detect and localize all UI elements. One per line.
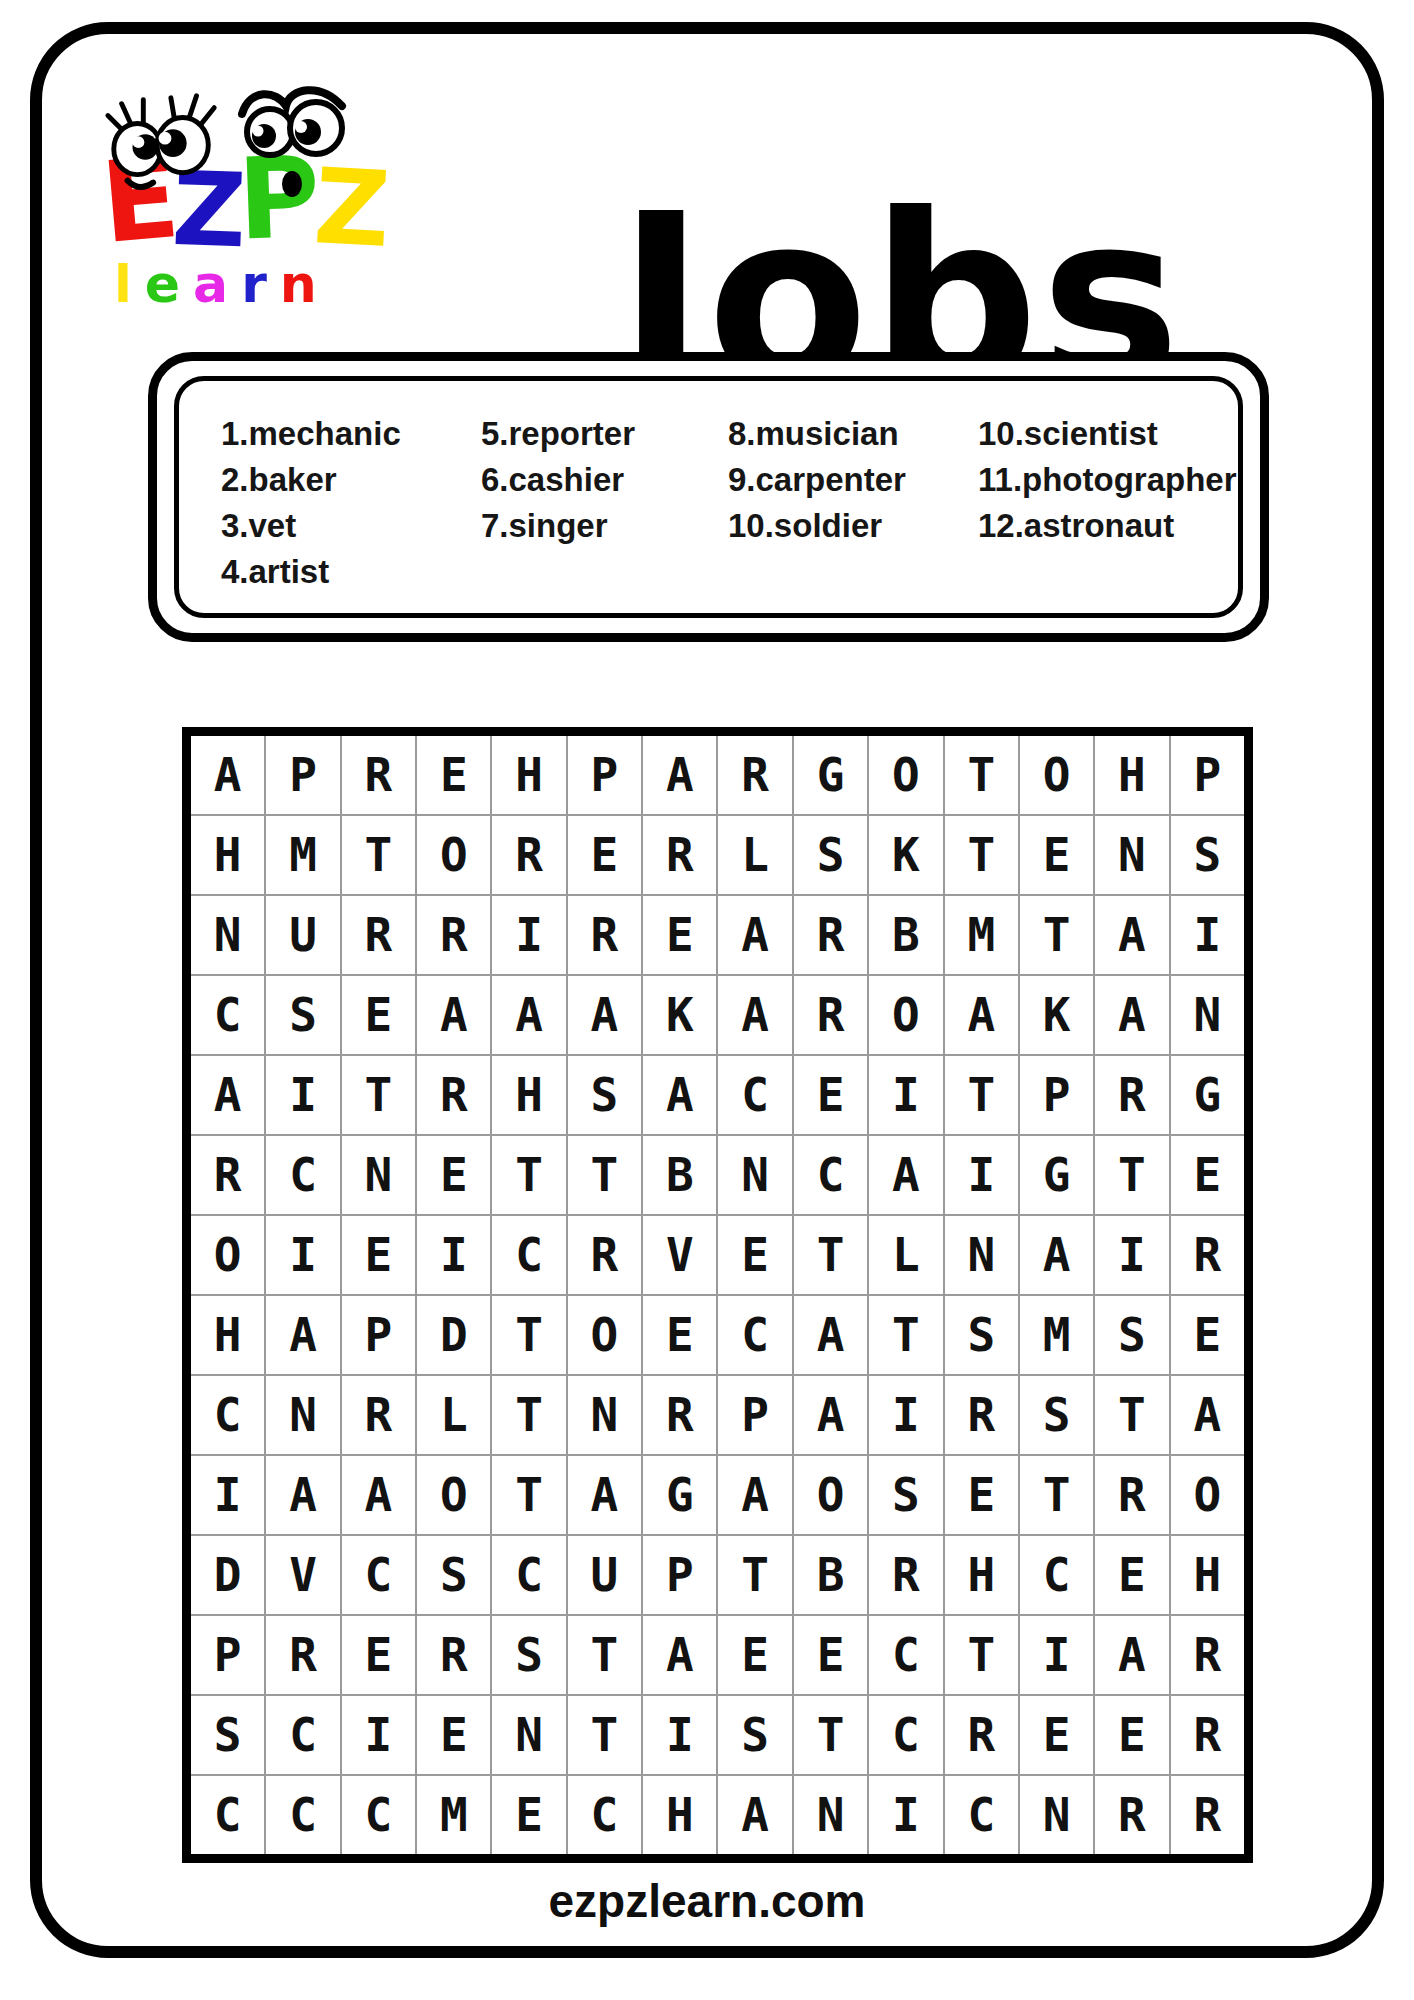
grid-cell: A — [643, 1616, 716, 1694]
grid-cell: S — [492, 1616, 565, 1694]
word-list-item: 2.baker — [221, 457, 481, 503]
grid-cell: C — [794, 1136, 867, 1214]
grid-cell: O — [191, 1216, 264, 1294]
grid-cell: C — [191, 976, 264, 1054]
grid-cell: S — [794, 816, 867, 894]
grid-cell: R — [794, 976, 867, 1054]
grid-cell: C — [342, 1776, 415, 1854]
grid-cell: S — [1095, 1296, 1168, 1374]
grid-cell: A — [191, 736, 264, 814]
grid-cell: A — [191, 1056, 264, 1134]
grid-cell: I — [266, 1216, 339, 1294]
grid-cell: B — [794, 1536, 867, 1614]
grid-cell: R — [417, 1056, 490, 1134]
grid-cell: M — [266, 816, 339, 894]
grid-cell: O — [869, 736, 942, 814]
word-list-item: 5.reporter — [481, 411, 728, 457]
grid-cell: C — [492, 1536, 565, 1614]
grid-cell: R — [417, 896, 490, 974]
grid-cell: T — [568, 1616, 641, 1694]
grid-cell: A — [718, 976, 791, 1054]
grid-cell: G — [643, 1456, 716, 1534]
grid-cell: L — [417, 1376, 490, 1454]
grid-cell: A — [266, 1456, 339, 1534]
grid-cell: R — [794, 896, 867, 974]
grid-cell: R — [1171, 1616, 1244, 1694]
grid-cell: T — [492, 1456, 565, 1534]
grid-cell: E — [342, 1216, 415, 1294]
grid-cell: I — [417, 1216, 490, 1294]
grid-cell: R — [1095, 1456, 1168, 1534]
grid-cell: N — [1020, 1776, 1093, 1854]
grid-cell: R — [945, 1696, 1018, 1774]
grid-cell: I — [1095, 1216, 1168, 1294]
grid-cell: A — [1095, 1616, 1168, 1694]
grid-cell: M — [945, 896, 1018, 974]
word-list-item: 4.artist — [221, 549, 481, 595]
grid-cell: M — [1020, 1296, 1093, 1374]
grid-cell: O — [869, 976, 942, 1054]
grid-cell: S — [869, 1456, 942, 1534]
word-list-item: 10.scientist — [978, 411, 1238, 457]
grid-cell: I — [191, 1456, 264, 1534]
grid-cell: R — [643, 1376, 716, 1454]
grid-cell: E — [945, 1456, 1018, 1534]
grid-cell: R — [266, 1616, 339, 1694]
grid-cell: T — [492, 1296, 565, 1374]
grid-cell: E — [1095, 1536, 1168, 1614]
grid-cell: R — [191, 1136, 264, 1214]
grid-cell: S — [945, 1296, 1018, 1374]
grid-cell: I — [869, 1776, 942, 1854]
grid-cell: C — [945, 1776, 1018, 1854]
grid-cell: T — [945, 736, 1018, 814]
grid-cell: H — [1171, 1536, 1244, 1614]
grid-cell: A — [718, 896, 791, 974]
grid-cell: I — [266, 1056, 339, 1134]
grid-cell: I — [342, 1696, 415, 1774]
grid-cell: C — [266, 1696, 339, 1774]
grid-cell: E — [568, 816, 641, 894]
grid-cell: G — [1171, 1056, 1244, 1134]
word-list-column-4: 10.scientist11.photographer12.astronaut — [978, 411, 1238, 595]
grid-cell: O — [417, 816, 490, 894]
grid-cell: A — [794, 1296, 867, 1374]
grid-cell: R — [342, 1376, 415, 1454]
grid-cell: R — [1095, 1056, 1168, 1134]
grid-cell: N — [1095, 816, 1168, 894]
grid-cell: A — [492, 976, 565, 1054]
grid-cell: S — [718, 1696, 791, 1774]
grid-cell: P — [643, 1536, 716, 1614]
grid-cell: H — [945, 1536, 1018, 1614]
grid-cell: D — [191, 1536, 264, 1614]
word-list-item: 3.vet — [221, 503, 481, 549]
grid-cell: N — [1171, 976, 1244, 1054]
grid-cell: R — [342, 896, 415, 974]
grid-cell: E — [492, 1776, 565, 1854]
grid-cell: H — [643, 1776, 716, 1854]
grid-cell: A — [945, 976, 1018, 1054]
grid-cell: I — [1171, 896, 1244, 974]
grid-cell: C — [191, 1376, 264, 1454]
word-list-item: 9.carpenter — [728, 457, 978, 503]
grid-cell: A — [643, 736, 716, 814]
grid-cell: A — [718, 1456, 791, 1534]
grid-cell: A — [568, 1456, 641, 1534]
grid-cell: A — [1095, 976, 1168, 1054]
grid-cell: I — [643, 1696, 716, 1774]
grid-cell: E — [1171, 1296, 1244, 1374]
grid-cell: E — [643, 1296, 716, 1374]
grid-cell: P — [266, 736, 339, 814]
grid-cell: T — [1095, 1376, 1168, 1454]
grid-cell: E — [417, 1696, 490, 1774]
grid-cell: E — [718, 1616, 791, 1694]
grid-cell: U — [266, 896, 339, 974]
grid-cell: A — [417, 976, 490, 1054]
grid-cell: O — [568, 1296, 641, 1374]
grid-cell: C — [191, 1776, 264, 1854]
grid-cell: E — [643, 896, 716, 974]
word-list-column-2: 5.reporter6.cashier7.singer — [481, 411, 728, 595]
grid-cell: C — [1020, 1536, 1093, 1614]
grid-cell: N — [945, 1216, 1018, 1294]
grid-cell: L — [718, 816, 791, 894]
grid-cell: E — [342, 1616, 415, 1694]
grid-cell: D — [417, 1296, 490, 1374]
word-list-item: 10.soldier — [728, 503, 978, 549]
grid-cell: I — [945, 1136, 1018, 1214]
grid-cell: T — [492, 1376, 565, 1454]
grid-cell: B — [643, 1136, 716, 1214]
grid-cell: R — [1171, 1216, 1244, 1294]
grid-cell: P — [342, 1296, 415, 1374]
grid-cell: T — [1020, 1456, 1093, 1534]
grid-cell: C — [718, 1056, 791, 1134]
googly-eyes-with-brows-icon — [236, 80, 356, 205]
grid-cell: U — [568, 1536, 641, 1614]
grid-cell: T — [945, 816, 1018, 894]
word-search-grid: APREHPARGOTOHPHMTORERLSKTENSNURRIREARBMT… — [182, 727, 1253, 1863]
grid-cell: R — [492, 816, 565, 894]
word-list-item: 12.astronaut — [978, 503, 1238, 549]
grid-cell: E — [417, 1136, 490, 1214]
grid-cell: T — [342, 816, 415, 894]
grid-cell: T — [1095, 1136, 1168, 1214]
grid-cell: R — [643, 816, 716, 894]
grid-cell: O — [1020, 736, 1093, 814]
grid-cell: P — [718, 1376, 791, 1454]
grid-cell: T — [945, 1616, 1018, 1694]
grid-cell: E — [417, 736, 490, 814]
grid-cell: A — [568, 976, 641, 1054]
grid-cell: T — [945, 1056, 1018, 1134]
grid-cell: T — [794, 1216, 867, 1294]
word-list-item: 1.mechanic — [221, 411, 481, 457]
grid-cell: P — [1020, 1056, 1093, 1134]
grid-cell: A — [266, 1296, 339, 1374]
grid-cell: R — [1171, 1776, 1244, 1854]
word-list-box: 1.mechanic2.baker3.vet4.artist 5.reporte… — [148, 352, 1269, 642]
logo-letter: r — [241, 258, 267, 310]
grid-cell: S — [417, 1536, 490, 1614]
grid-cell: R — [568, 1216, 641, 1294]
grid-cell: P — [568, 736, 641, 814]
grid-cell: N — [718, 1136, 791, 1214]
word-list-item: 11.photographer — [978, 457, 1238, 503]
grid-cell: B — [869, 896, 942, 974]
grid-cell: O — [794, 1456, 867, 1534]
grid-cell: T — [568, 1696, 641, 1774]
grid-cell: E — [1020, 1696, 1093, 1774]
grid-cell: T — [718, 1536, 791, 1614]
grid-cell: H — [191, 816, 264, 894]
grid-cell: E — [718, 1216, 791, 1294]
grid-cell: N — [191, 896, 264, 974]
grid-cell: T — [568, 1136, 641, 1214]
word-list-item: 6.cashier — [481, 457, 728, 503]
grid-cell: A — [869, 1136, 942, 1214]
grid-cell: G — [1020, 1136, 1093, 1214]
grid-cell: H — [1095, 736, 1168, 814]
grid-cell: H — [492, 736, 565, 814]
grid-cell: V — [266, 1536, 339, 1614]
grid-cell: H — [492, 1056, 565, 1134]
grid-cell: C — [266, 1136, 339, 1214]
grid-cell: L — [869, 1216, 942, 1294]
grid-cell: I — [492, 896, 565, 974]
grid-cell: T — [869, 1296, 942, 1374]
grid-cell: T — [1020, 896, 1093, 974]
ezpz-learn-logo: EZPZ learn — [102, 92, 447, 317]
grid-cell: A — [342, 1456, 415, 1534]
grid-cell: T — [342, 1056, 415, 1134]
grid-cell: C — [869, 1696, 942, 1774]
grid-cell: C — [492, 1216, 565, 1294]
grid-cell: S — [1171, 816, 1244, 894]
grid-cell: P — [1171, 736, 1244, 814]
word-list-column-3: 8.musician9.carpenter10.soldier — [728, 411, 978, 595]
grid-cell: C — [266, 1776, 339, 1854]
grid-cell: P — [191, 1616, 264, 1694]
grid-cell: R — [869, 1536, 942, 1614]
grid-cell: K — [869, 816, 942, 894]
grid-cell: R — [568, 896, 641, 974]
googly-eyes-with-lashes-icon — [100, 88, 228, 198]
grid-cell: E — [794, 1056, 867, 1134]
grid-cell: K — [1020, 976, 1093, 1054]
grid-cell: A — [718, 1776, 791, 1854]
grid-cell: C — [342, 1536, 415, 1614]
grid-cell: C — [568, 1776, 641, 1854]
grid-cell: T — [492, 1136, 565, 1214]
word-list-column-1: 1.mechanic2.baker3.vet4.artist — [221, 411, 481, 595]
word-list-item: 7.singer — [481, 503, 728, 549]
grid-cell: M — [417, 1776, 490, 1854]
grid-cell: R — [342, 736, 415, 814]
grid-cell: R — [1095, 1776, 1168, 1854]
grid-cell: S — [568, 1056, 641, 1134]
grid-cell: C — [718, 1296, 791, 1374]
grid-cell: N — [794, 1776, 867, 1854]
grid-cell: R — [718, 736, 791, 814]
grid-cell: H — [191, 1296, 264, 1374]
grid-cell: N — [266, 1376, 339, 1454]
grid-cell: N — [492, 1696, 565, 1774]
word-list: 1.mechanic2.baker3.vet4.artist 5.reporte… — [174, 376, 1243, 618]
grid-cell: I — [869, 1056, 942, 1134]
word-list-item: 8.musician — [728, 411, 978, 457]
grid-cell: T — [794, 1696, 867, 1774]
grid-cell: A — [1171, 1376, 1244, 1454]
grid-cell: O — [1171, 1456, 1244, 1534]
grid-cell: G — [794, 736, 867, 814]
grid-cell: O — [417, 1456, 490, 1534]
grid-cell: V — [643, 1216, 716, 1294]
grid-cell: R — [1171, 1696, 1244, 1774]
grid-cell: I — [1020, 1616, 1093, 1694]
grid-cell: R — [945, 1376, 1018, 1454]
grid-cell: R — [417, 1616, 490, 1694]
grid-cell: E — [1095, 1696, 1168, 1774]
grid-cell: C — [869, 1616, 942, 1694]
grid-cell: A — [794, 1376, 867, 1454]
website-footer: ezpzlearn.com — [0, 1874, 1414, 1928]
grid-cell: N — [342, 1136, 415, 1214]
grid-cell: S — [191, 1696, 264, 1774]
grid-cell: A — [1020, 1216, 1093, 1294]
grid-cell: E — [1171, 1136, 1244, 1214]
grid-cell: A — [1095, 896, 1168, 974]
grid-cell: E — [794, 1616, 867, 1694]
grid-cell: K — [643, 976, 716, 1054]
grid-cell: S — [1020, 1376, 1093, 1454]
grid-cell: S — [266, 976, 339, 1054]
grid-cell: E — [1020, 816, 1093, 894]
grid-cell: I — [869, 1376, 942, 1454]
grid-cell: A — [643, 1056, 716, 1134]
grid-cell: E — [342, 976, 415, 1054]
grid-cell: N — [568, 1376, 641, 1454]
